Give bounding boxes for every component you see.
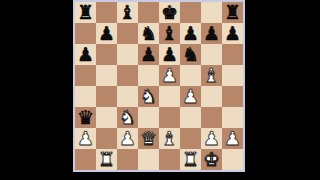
square-d7[interactable]: ♞ [138,23,159,44]
letterbox-background: ♜♝♚♜♟♞♝♟♟♟♟♟♟♞♟♝♞♟♛♞♟♟♛♝♟♟♜♜♚ [0,0,320,180]
square-g7[interactable]: ♟ [201,23,222,44]
square-a5[interactable] [75,65,96,86]
square-a1[interactable] [75,149,96,170]
square-d5[interactable] [138,65,159,86]
black-rook: ♜ [77,2,94,23]
white-queen: ♛ [140,128,157,149]
square-d4[interactable]: ♞ [138,86,159,107]
square-f8[interactable] [180,2,201,23]
black-pawn: ♟ [182,23,199,44]
black-pawn: ♟ [224,23,241,44]
square-h3[interactable] [222,107,243,128]
square-a2[interactable]: ♟ [75,128,96,149]
square-a6[interactable]: ♟ [75,44,96,65]
square-h4[interactable] [222,86,243,107]
square-b4[interactable] [96,86,117,107]
black-pawn: ♟ [203,23,220,44]
square-c2[interactable]: ♟ [117,128,138,149]
square-e5[interactable]: ♟ [159,65,180,86]
white-king: ♚ [203,149,220,170]
white-pawn: ♟ [182,86,199,107]
white-pawn: ♟ [161,65,178,86]
square-c8[interactable]: ♝ [117,2,138,23]
square-f3[interactable] [180,107,201,128]
square-d8[interactable] [138,2,159,23]
square-h5[interactable] [222,65,243,86]
white-pawn: ♟ [119,128,136,149]
square-b7[interactable]: ♟ [96,23,117,44]
black-pawn: ♟ [140,44,157,65]
black-pawn: ♟ [98,23,115,44]
square-g4[interactable] [201,86,222,107]
white-rook: ♜ [98,149,115,170]
square-a4[interactable] [75,86,96,107]
square-g1[interactable]: ♚ [201,149,222,170]
chess-board-frame: ♜♝♚♜♟♞♝♟♟♟♟♟♟♞♟♝♞♟♛♞♟♟♛♝♟♟♜♜♚ [73,0,245,172]
square-b3[interactable] [96,107,117,128]
black-king: ♚ [161,2,178,23]
white-knight: ♞ [140,86,157,107]
square-f1[interactable]: ♜ [180,149,201,170]
square-g8[interactable] [201,2,222,23]
square-c5[interactable] [117,65,138,86]
square-a7[interactable] [75,23,96,44]
square-g5[interactable]: ♝ [201,65,222,86]
square-c1[interactable] [117,149,138,170]
white-bishop: ♝ [203,65,220,86]
black-queen: ♛ [77,107,94,128]
white-pawn: ♟ [224,128,241,149]
black-bishop: ♝ [161,23,178,44]
black-knight: ♞ [182,44,199,65]
square-h2[interactable]: ♟ [222,128,243,149]
square-e1[interactable] [159,149,180,170]
square-a8[interactable]: ♜ [75,2,96,23]
white-rook: ♜ [182,149,199,170]
square-h7[interactable]: ♟ [222,23,243,44]
white-pawn: ♟ [203,128,220,149]
white-bishop: ♝ [161,128,178,149]
black-pawn: ♟ [77,44,94,65]
white-knight: ♞ [119,107,136,128]
square-e2[interactable]: ♝ [159,128,180,149]
square-b8[interactable] [96,2,117,23]
square-f6[interactable]: ♞ [180,44,201,65]
black-knight: ♞ [140,23,157,44]
square-d6[interactable]: ♟ [138,44,159,65]
square-a3[interactable]: ♛ [75,107,96,128]
square-c7[interactable] [117,23,138,44]
square-f7[interactable]: ♟ [180,23,201,44]
black-bishop: ♝ [119,2,136,23]
square-c6[interactable] [117,44,138,65]
square-b2[interactable] [96,128,117,149]
square-f2[interactable] [180,128,201,149]
square-e4[interactable] [159,86,180,107]
square-e3[interactable] [159,107,180,128]
square-g3[interactable] [201,107,222,128]
square-b6[interactable] [96,44,117,65]
square-g2[interactable]: ♟ [201,128,222,149]
black-rook: ♜ [224,2,241,23]
square-h6[interactable] [222,44,243,65]
square-c4[interactable] [117,86,138,107]
square-b5[interactable] [96,65,117,86]
black-pawn: ♟ [161,44,178,65]
white-pawn: ♟ [77,128,94,149]
square-d3[interactable] [138,107,159,128]
square-b1[interactable]: ♜ [96,149,117,170]
square-d1[interactable] [138,149,159,170]
square-f4[interactable]: ♟ [180,86,201,107]
square-c3[interactable]: ♞ [117,107,138,128]
square-h1[interactable] [222,149,243,170]
square-h8[interactable]: ♜ [222,2,243,23]
chess-board: ♜♝♚♜♟♞♝♟♟♟♟♟♟♞♟♝♞♟♛♞♟♟♛♝♟♟♜♜♚ [75,2,243,170]
square-e8[interactable]: ♚ [159,2,180,23]
square-e6[interactable]: ♟ [159,44,180,65]
square-g6[interactable] [201,44,222,65]
square-d2[interactable]: ♛ [138,128,159,149]
square-f5[interactable] [180,65,201,86]
square-e7[interactable]: ♝ [159,23,180,44]
